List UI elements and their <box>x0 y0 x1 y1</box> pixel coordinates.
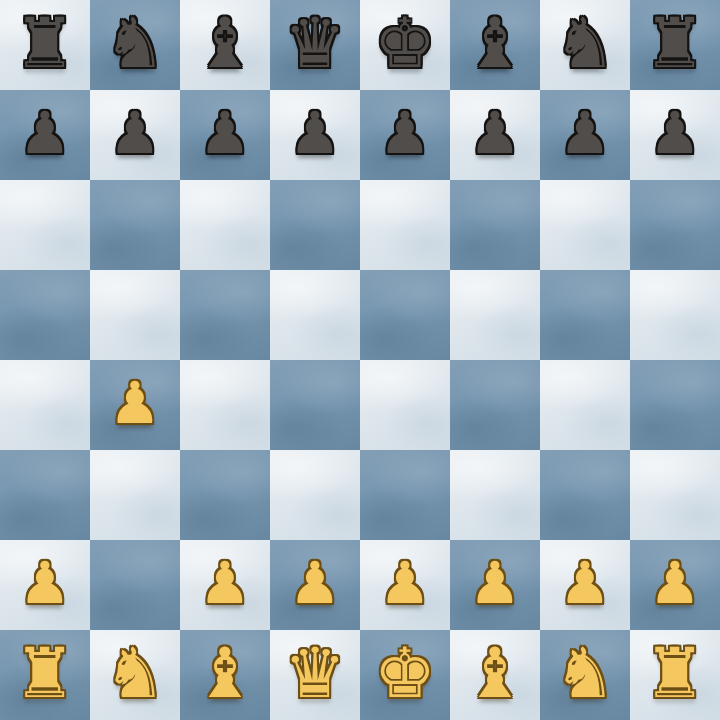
square-f8[interactable]: ♝ <box>450 0 540 90</box>
black-pawn-b7[interactable]: ♟ <box>109 104 161 162</box>
square-e8[interactable]: ♚ <box>360 0 450 90</box>
square-g8[interactable]: ♞ <box>540 0 630 90</box>
square-h6[interactable] <box>630 180 720 270</box>
square-f2[interactable]: ♟ <box>450 540 540 630</box>
square-a4[interactable] <box>0 360 90 450</box>
square-e2[interactable]: ♟ <box>360 540 450 630</box>
square-b6[interactable] <box>90 180 180 270</box>
square-b7[interactable]: ♟ <box>90 90 180 180</box>
square-c2[interactable]: ♟ <box>180 540 270 630</box>
square-a6[interactable] <box>0 180 90 270</box>
white-bishop-c1[interactable]: ♝ <box>194 639 256 708</box>
square-e5[interactable] <box>360 270 450 360</box>
white-pawn-e2[interactable]: ♟ <box>379 554 431 612</box>
square-g3[interactable] <box>540 450 630 540</box>
square-e4[interactable] <box>360 360 450 450</box>
square-h1[interactable]: ♜ <box>630 630 720 720</box>
square-e6[interactable] <box>360 180 450 270</box>
white-queen-d1[interactable]: ♛ <box>284 639 346 708</box>
white-pawn-g2[interactable]: ♟ <box>559 554 611 612</box>
square-h4[interactable] <box>630 360 720 450</box>
square-c1[interactable]: ♝ <box>180 630 270 720</box>
white-pawn-b4[interactable]: ♟ <box>109 374 161 432</box>
black-bishop-f8[interactable]: ♝ <box>464 9 526 78</box>
black-knight-g8[interactable]: ♞ <box>554 9 616 78</box>
square-d6[interactable] <box>270 180 360 270</box>
square-a2[interactable]: ♟ <box>0 540 90 630</box>
square-f7[interactable]: ♟ <box>450 90 540 180</box>
square-g1[interactable]: ♞ <box>540 630 630 720</box>
white-bishop-f1[interactable]: ♝ <box>464 639 526 708</box>
square-d8[interactable]: ♛ <box>270 0 360 90</box>
square-e3[interactable] <box>360 450 450 540</box>
square-g7[interactable]: ♟ <box>540 90 630 180</box>
black-bishop-c8[interactable]: ♝ <box>194 9 256 78</box>
square-a8[interactable]: ♜ <box>0 0 90 90</box>
square-b5[interactable] <box>90 270 180 360</box>
square-g5[interactable] <box>540 270 630 360</box>
square-h3[interactable] <box>630 450 720 540</box>
white-knight-b1[interactable]: ♞ <box>104 639 166 708</box>
square-d3[interactable] <box>270 450 360 540</box>
square-g6[interactable] <box>540 180 630 270</box>
black-pawn-f7[interactable]: ♟ <box>469 104 521 162</box>
chess-board: ♜♞♝♛♚♝♞♜♟♟♟♟♟♟♟♟♟♟♟♟♟♟♟♟♜♞♝♛♚♝♞♜ <box>0 0 720 720</box>
square-a5[interactable] <box>0 270 90 360</box>
square-f5[interactable] <box>450 270 540 360</box>
square-e7[interactable]: ♟ <box>360 90 450 180</box>
square-f4[interactable] <box>450 360 540 450</box>
white-pawn-f2[interactable]: ♟ <box>469 554 521 612</box>
white-rook-a1[interactable]: ♜ <box>14 639 76 708</box>
square-h2[interactable]: ♟ <box>630 540 720 630</box>
white-pawn-c2[interactable]: ♟ <box>199 554 251 612</box>
square-c8[interactable]: ♝ <box>180 0 270 90</box>
square-g4[interactable] <box>540 360 630 450</box>
square-h8[interactable]: ♜ <box>630 0 720 90</box>
black-knight-b8[interactable]: ♞ <box>104 9 166 78</box>
black-rook-a8[interactable]: ♜ <box>14 9 76 78</box>
square-d5[interactable] <box>270 270 360 360</box>
square-f6[interactable] <box>450 180 540 270</box>
black-queen-d8[interactable]: ♛ <box>284 9 346 78</box>
white-pawn-d2[interactable]: ♟ <box>289 554 341 612</box>
black-pawn-c7[interactable]: ♟ <box>199 104 251 162</box>
square-e1[interactable]: ♚ <box>360 630 450 720</box>
white-king-e1[interactable]: ♚ <box>374 639 436 708</box>
square-b3[interactable] <box>90 450 180 540</box>
square-g2[interactable]: ♟ <box>540 540 630 630</box>
square-d1[interactable]: ♛ <box>270 630 360 720</box>
black-pawn-h7[interactable]: ♟ <box>649 104 701 162</box>
square-c4[interactable] <box>180 360 270 450</box>
black-pawn-g7[interactable]: ♟ <box>559 104 611 162</box>
square-d4[interactable] <box>270 360 360 450</box>
white-rook-h1[interactable]: ♜ <box>644 639 706 708</box>
black-pawn-d7[interactable]: ♟ <box>289 104 341 162</box>
square-b8[interactable]: ♞ <box>90 0 180 90</box>
square-h7[interactable]: ♟ <box>630 90 720 180</box>
square-c3[interactable] <box>180 450 270 540</box>
square-c6[interactable] <box>180 180 270 270</box>
square-c5[interactable] <box>180 270 270 360</box>
black-rook-h8[interactable]: ♜ <box>644 9 706 78</box>
square-f1[interactable]: ♝ <box>450 630 540 720</box>
square-c7[interactable]: ♟ <box>180 90 270 180</box>
square-a3[interactable] <box>0 450 90 540</box>
square-f3[interactable] <box>450 450 540 540</box>
white-knight-g1[interactable]: ♞ <box>554 639 616 708</box>
square-d7[interactable]: ♟ <box>270 90 360 180</box>
square-b4[interactable]: ♟ <box>90 360 180 450</box>
black-king-e8[interactable]: ♚ <box>374 9 436 78</box>
square-a7[interactable]: ♟ <box>0 90 90 180</box>
black-pawn-e7[interactable]: ♟ <box>379 104 431 162</box>
white-pawn-a2[interactable]: ♟ <box>19 554 71 612</box>
black-pawn-a7[interactable]: ♟ <box>19 104 71 162</box>
white-pawn-h2[interactable]: ♟ <box>649 554 701 612</box>
square-h5[interactable] <box>630 270 720 360</box>
square-b2[interactable] <box>90 540 180 630</box>
square-d2[interactable]: ♟ <box>270 540 360 630</box>
square-b1[interactable]: ♞ <box>90 630 180 720</box>
square-a1[interactable]: ♜ <box>0 630 90 720</box>
